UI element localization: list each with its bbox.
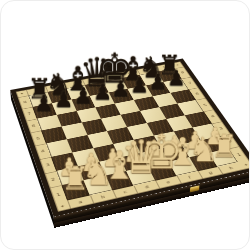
- brass-clasp-icon: [190, 186, 199, 193]
- product-photo-frame: ✦abcdefgh✦8♜♞♝♛♚♝♞♜87♟♟♟♟♟♟♟♟7665544332♟…: [0, 0, 250, 250]
- rank-label-6: 6: [189, 87, 206, 100]
- square-b7: ♟: [52, 99, 76, 114]
- file-label-a: a: [67, 196, 93, 209]
- chess-board: ✦abcdefgh✦8♜♞♝♛♚♝♞♜87♟♟♟♟♟♟♟♟7665544332♟…: [10, 58, 250, 217]
- scene: ✦abcdefgh✦8♜♞♝♛♚♝♞♜87♟♟♟♟♟♟♟♟7665544332♟…: [1, 1, 249, 249]
